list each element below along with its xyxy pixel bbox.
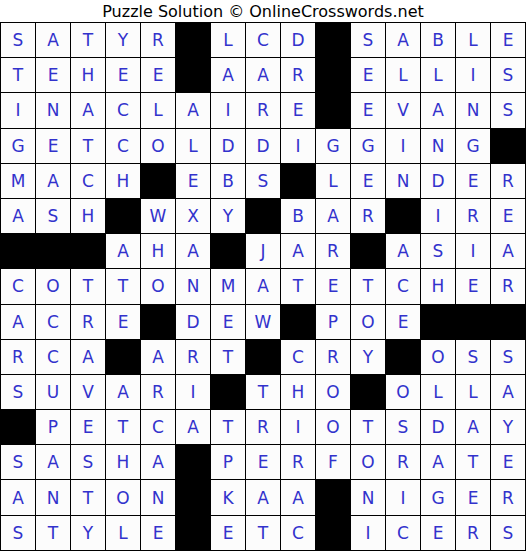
cell-r15c3: Y xyxy=(71,516,105,550)
cell-r11c9: H xyxy=(281,375,315,409)
cell-r10c9: C xyxy=(281,340,315,374)
cell-r12c12: S xyxy=(386,410,420,444)
cell-r14c8: A xyxy=(246,480,280,514)
cell-r11c7 xyxy=(211,375,245,409)
cell-r14c14: E xyxy=(456,480,490,514)
cell-r7c4: A xyxy=(106,234,140,268)
cell-r4c10: G xyxy=(316,129,350,163)
cell-r4c14: G xyxy=(456,129,490,163)
cell-r4c3: T xyxy=(71,129,105,163)
cell-r15c7: E xyxy=(211,516,245,550)
cell-r10c10: R xyxy=(316,340,350,374)
cell-r3c8: R xyxy=(246,93,280,127)
cell-r3c13: A xyxy=(421,93,455,127)
page: Puzzle Solution © OnlineCrosswords.net S… xyxy=(0,0,526,551)
cell-r13c3: S xyxy=(71,445,105,479)
cell-r8c6: N xyxy=(176,269,210,303)
cell-r10c4 xyxy=(106,340,140,374)
cell-r8c13: H xyxy=(421,269,455,303)
cell-r7c11 xyxy=(351,234,385,268)
cell-r15c4: L xyxy=(106,516,140,550)
cell-r13c1: S xyxy=(1,445,35,479)
cell-r9c7: E xyxy=(211,305,245,339)
cell-r13c12: R xyxy=(386,445,420,479)
cell-r12c8: R xyxy=(246,410,280,444)
cell-r7c3 xyxy=(71,234,105,268)
cell-r13c2: A xyxy=(36,445,70,479)
cell-r11c8: T xyxy=(246,375,280,409)
cell-r1c11: S xyxy=(351,23,385,57)
cell-r5c4: H xyxy=(106,164,140,198)
cell-r15c15: S xyxy=(491,516,525,550)
cell-r11c2: U xyxy=(36,375,70,409)
cell-r14c11: N xyxy=(351,480,385,514)
cell-r4c7: D xyxy=(211,129,245,163)
cell-r11c6: I xyxy=(176,375,210,409)
cell-r4c13: N xyxy=(421,129,455,163)
cell-r15c12: C xyxy=(386,516,420,550)
cell-r9c13 xyxy=(421,305,455,339)
cell-r11c11 xyxy=(351,375,385,409)
cell-r14c1: A xyxy=(1,480,35,514)
cell-r13c8: E xyxy=(246,445,280,479)
cell-r4c2: E xyxy=(36,129,70,163)
cell-r1c15: E xyxy=(491,23,525,57)
cell-r15c5: E xyxy=(141,516,175,550)
cell-r15c14: R xyxy=(456,516,490,550)
cell-r5c9 xyxy=(281,164,315,198)
cell-r5c6: E xyxy=(176,164,210,198)
cell-r7c13: S xyxy=(421,234,455,268)
cell-r15c6 xyxy=(176,516,210,550)
cell-r15c10 xyxy=(316,516,350,550)
cell-r12c5: C xyxy=(141,410,175,444)
cell-r12c11: T xyxy=(351,410,385,444)
cell-r8c1: C xyxy=(1,269,35,303)
cell-r12c4: T xyxy=(106,410,140,444)
cell-r9c15 xyxy=(491,305,525,339)
cell-r6c1: A xyxy=(1,199,35,233)
cell-r9c6: D xyxy=(176,305,210,339)
cell-r4c6: L xyxy=(176,129,210,163)
cell-r15c13: E xyxy=(421,516,455,550)
cell-r5c7: B xyxy=(211,164,245,198)
cell-r8c2: O xyxy=(36,269,70,303)
cell-r4c1: G xyxy=(1,129,35,163)
cell-r8c9: T xyxy=(281,269,315,303)
cell-r12c9: I xyxy=(281,410,315,444)
cell-r2c14: I xyxy=(456,58,490,92)
cell-r8c11: T xyxy=(351,269,385,303)
cell-r12c14: A xyxy=(456,410,490,444)
cell-r14c9: A xyxy=(281,480,315,514)
cell-r2c10 xyxy=(316,58,350,92)
cell-r13c10: F xyxy=(316,445,350,479)
cell-r2c9: R xyxy=(281,58,315,92)
cell-r4c9: I xyxy=(281,129,315,163)
cell-r11c14: L xyxy=(456,375,490,409)
cell-r9c8: W xyxy=(246,305,280,339)
cell-r9c14 xyxy=(456,305,490,339)
cell-r1c12: A xyxy=(386,23,420,57)
cell-r4c5: O xyxy=(141,129,175,163)
cell-r7c10: R xyxy=(316,234,350,268)
cell-r14c15: R xyxy=(491,480,525,514)
cell-r1c13: B xyxy=(421,23,455,57)
cell-r6c13: I xyxy=(421,199,455,233)
cell-r14c5: N xyxy=(141,480,175,514)
cell-r9c11: O xyxy=(351,305,385,339)
cell-r10c14: S xyxy=(456,340,490,374)
cell-r13c15: E xyxy=(491,445,525,479)
cell-r11c1: S xyxy=(1,375,35,409)
cell-r2c12: L xyxy=(386,58,420,92)
cell-r14c4: O xyxy=(106,480,140,514)
cell-r7c2 xyxy=(36,234,70,268)
cell-r5c3: C xyxy=(71,164,105,198)
cell-r1c8: C xyxy=(246,23,280,57)
cell-r1c3: T xyxy=(71,23,105,57)
cell-r1c2: A xyxy=(36,23,70,57)
cell-r5c12: N xyxy=(386,164,420,198)
cell-r7c8: J xyxy=(246,234,280,268)
cell-r4c15 xyxy=(491,129,525,163)
cell-r10c6: R xyxy=(176,340,210,374)
cell-r4c12: I xyxy=(386,129,420,163)
cell-r5c8: S xyxy=(246,164,280,198)
cell-r2c7: A xyxy=(211,58,245,92)
cell-r12c13: D xyxy=(421,410,455,444)
cell-r13c6 xyxy=(176,445,210,479)
cell-r1c4: Y xyxy=(106,23,140,57)
cell-r6c2: S xyxy=(36,199,70,233)
cell-r9c9 xyxy=(281,305,315,339)
cell-r15c8: T xyxy=(246,516,280,550)
cell-r8c5: O xyxy=(141,269,175,303)
cell-r12c1 xyxy=(1,410,35,444)
cell-r6c3: H xyxy=(71,199,105,233)
cell-r3c9: E xyxy=(281,93,315,127)
cell-r12c15: Y xyxy=(491,410,525,444)
cell-r8c3: T xyxy=(71,269,105,303)
cell-r8c4: T xyxy=(106,269,140,303)
cell-r7c6: A xyxy=(176,234,210,268)
cell-r3c11: E xyxy=(351,93,385,127)
cell-r3c14: N xyxy=(456,93,490,127)
cell-r2c15: S xyxy=(491,58,525,92)
cell-r4c11: G xyxy=(351,129,385,163)
cell-r11c10: O xyxy=(316,375,350,409)
cell-r10c7: T xyxy=(211,340,245,374)
cell-r6c11: R xyxy=(351,199,385,233)
cell-r11c4: A xyxy=(106,375,140,409)
cell-r9c12: E xyxy=(386,305,420,339)
cell-r10c1: R xyxy=(1,340,35,374)
cell-r6c6: X xyxy=(176,199,210,233)
cell-r3c5: L xyxy=(141,93,175,127)
cell-r7c15: A xyxy=(491,234,525,268)
cell-r1c9: D xyxy=(281,23,315,57)
cell-r15c11: I xyxy=(351,516,385,550)
cell-r1c7: L xyxy=(211,23,245,57)
cell-r4c4: C xyxy=(106,129,140,163)
cell-r1c10 xyxy=(316,23,350,57)
cell-r8c12: C xyxy=(386,269,420,303)
cell-r5c14: E xyxy=(456,164,490,198)
cell-r3c1: I xyxy=(1,93,35,127)
cell-r7c9: A xyxy=(281,234,315,268)
cell-r6c10: A xyxy=(316,199,350,233)
cell-r13c7: P xyxy=(211,445,245,479)
cell-r2c6 xyxy=(176,58,210,92)
cell-r3c3: A xyxy=(71,93,105,127)
cell-r10c5: A xyxy=(141,340,175,374)
cell-r15c2: T xyxy=(36,516,70,550)
cell-r14c6 xyxy=(176,480,210,514)
cell-r13c14: T xyxy=(456,445,490,479)
cell-r15c9: C xyxy=(281,516,315,550)
cell-r12c6: A xyxy=(176,410,210,444)
cell-r6c12 xyxy=(386,199,420,233)
cell-r2c8: A xyxy=(246,58,280,92)
cell-r9c10: P xyxy=(316,305,350,339)
cell-r9c1: A xyxy=(1,305,35,339)
page-title: Puzzle Solution © OnlineCrosswords.net xyxy=(0,0,526,22)
cell-r5c13: D xyxy=(421,164,455,198)
cell-r4c8: D xyxy=(246,129,280,163)
cell-r14c3: T xyxy=(71,480,105,514)
cell-r9c4: E xyxy=(106,305,140,339)
cell-r1c5: R xyxy=(141,23,175,57)
cell-r8c15: R xyxy=(491,269,525,303)
cell-r6c14: R xyxy=(456,199,490,233)
cell-r2c3: H xyxy=(71,58,105,92)
cell-r1c6 xyxy=(176,23,210,57)
cell-r12c10: O xyxy=(316,410,350,444)
cell-r3c12: V xyxy=(386,93,420,127)
cell-r9c2: C xyxy=(36,305,70,339)
cell-r10c13: O xyxy=(421,340,455,374)
cell-r11c15: A xyxy=(491,375,525,409)
cell-r6c5: W xyxy=(141,199,175,233)
cell-r2c2: E xyxy=(36,58,70,92)
cell-r8c7: M xyxy=(211,269,245,303)
cell-r13c4: H xyxy=(106,445,140,479)
cell-r1c14: L xyxy=(456,23,490,57)
cell-r14c12: I xyxy=(386,480,420,514)
cell-r8c10: E xyxy=(316,269,350,303)
cell-r1c1: S xyxy=(1,23,35,57)
cell-r2c11: E xyxy=(351,58,385,92)
cell-r9c3: R xyxy=(71,305,105,339)
cell-r11c5: R xyxy=(141,375,175,409)
cell-r10c12 xyxy=(386,340,420,374)
cell-r8c14: E xyxy=(456,269,490,303)
cell-r6c8 xyxy=(246,199,280,233)
cell-r11c3: V xyxy=(71,375,105,409)
cell-r7c14: I xyxy=(456,234,490,268)
crossword-grid: SATYRLCDSABLETEHEEAARELLISINACLAIREEVANS… xyxy=(0,22,526,551)
cell-r2c13: L xyxy=(421,58,455,92)
cell-r10c3: A xyxy=(71,340,105,374)
cell-r13c5: A xyxy=(141,445,175,479)
cell-r2c4: E xyxy=(106,58,140,92)
cell-r6c7: Y xyxy=(211,199,245,233)
cell-r12c2: P xyxy=(36,410,70,444)
cell-r5c1: M xyxy=(1,164,35,198)
cell-r7c1 xyxy=(1,234,35,268)
cell-r6c15: E xyxy=(491,199,525,233)
cell-r3c2: N xyxy=(36,93,70,127)
cell-r5c2: A xyxy=(36,164,70,198)
cell-r7c5: H xyxy=(141,234,175,268)
cell-r5c5 xyxy=(141,164,175,198)
cell-r11c13: L xyxy=(421,375,455,409)
cell-r8c8: A xyxy=(246,269,280,303)
cell-r9c5 xyxy=(141,305,175,339)
cell-r15c1: S xyxy=(1,516,35,550)
cell-r3c4: C xyxy=(106,93,140,127)
cell-r10c11: Y xyxy=(351,340,385,374)
cell-r3c10 xyxy=(316,93,350,127)
cell-r13c13: A xyxy=(421,445,455,479)
cell-r14c13: G xyxy=(421,480,455,514)
cell-r2c1: T xyxy=(1,58,35,92)
cell-r10c15: S xyxy=(491,340,525,374)
cell-r13c11: O xyxy=(351,445,385,479)
cell-r7c12: A xyxy=(386,234,420,268)
cell-r12c7: T xyxy=(211,410,245,444)
cell-r14c10 xyxy=(316,480,350,514)
cell-r2c5: E xyxy=(141,58,175,92)
cell-r6c4 xyxy=(106,199,140,233)
cell-r10c2: C xyxy=(36,340,70,374)
cell-r5c15: R xyxy=(491,164,525,198)
cell-r3c6: A xyxy=(176,93,210,127)
cell-r14c2: N xyxy=(36,480,70,514)
cell-r5c10: L xyxy=(316,164,350,198)
cell-r5c11: E xyxy=(351,164,385,198)
cell-r3c15: S xyxy=(491,93,525,127)
cell-r6c9: B xyxy=(281,199,315,233)
cell-r10c8 xyxy=(246,340,280,374)
cell-r11c12: O xyxy=(386,375,420,409)
cell-r7c7 xyxy=(211,234,245,268)
cell-r14c7: K xyxy=(211,480,245,514)
cell-r13c9: R xyxy=(281,445,315,479)
cell-r12c3: E xyxy=(71,410,105,444)
cell-r3c7: I xyxy=(211,93,245,127)
